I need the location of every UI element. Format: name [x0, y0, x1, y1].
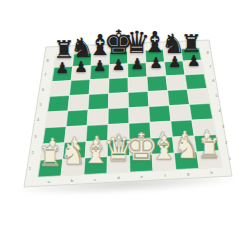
- square-a2: [41, 143, 65, 161]
- square-b3: [65, 126, 88, 143]
- square-a4: [45, 111, 68, 128]
- square-h5: [187, 89, 210, 105]
- square-c5: [88, 94, 109, 110]
- square-a7: [52, 67, 73, 82]
- square-b1: [61, 158, 85, 176]
- square-e2: [129, 138, 152, 155]
- square-a3: [43, 127, 66, 144]
- square-e8: [128, 51, 147, 64]
- rank-label-right: 3: [222, 124, 225, 129]
- rank-label-right: 1: [229, 156, 232, 161]
- chess-set-product-photo: aabbccddeeffgghh8877665544332211 ♜♞♝♛♚♝♞…: [0, 0, 250, 250]
- square-b4: [66, 110, 88, 127]
- file-label-top: f: [153, 42, 154, 46]
- square-a8: [54, 54, 74, 67]
- square-h1: [197, 151, 222, 169]
- square-a5: [48, 96, 70, 112]
- square-e1: [130, 154, 153, 172]
- square-c3: [86, 125, 108, 142]
- square-d7: [109, 64, 128, 79]
- chessboard: aabbccddeeffgghh8877665544332211: [0, 0, 250, 250]
- square-g2: [173, 136, 197, 153]
- square-f2: [151, 137, 174, 154]
- square-c1: [84, 157, 107, 175]
- square-c4: [87, 109, 108, 126]
- square-e7: [128, 63, 147, 78]
- square-g4: [169, 105, 192, 122]
- square-e4: [129, 107, 150, 124]
- square-h8: [181, 48, 201, 61]
- file-label-top: a: [65, 46, 67, 50]
- square-d3: [108, 123, 130, 140]
- file-label-top: e: [135, 43, 137, 47]
- square-d2: [107, 139, 129, 156]
- square-c8: [91, 52, 110, 65]
- file-label-top: b: [82, 45, 84, 49]
- square-f8: [145, 50, 164, 63]
- square-e6: [128, 77, 148, 93]
- file-label-top: h: [188, 40, 190, 44]
- square-g1: [174, 152, 199, 170]
- square-d4: [108, 108, 129, 125]
- square-f1: [152, 153, 176, 171]
- square-h2: [194, 135, 219, 152]
- square-b5: [68, 95, 89, 111]
- square-b7: [71, 66, 91, 81]
- square-g8: [163, 49, 183, 62]
- square-d6: [109, 78, 129, 94]
- square-f6: [147, 76, 168, 92]
- square-h3: [192, 119, 216, 136]
- square-e5: [128, 92, 149, 108]
- rank-label-right: 2: [225, 140, 228, 145]
- square-g7: [165, 61, 186, 76]
- square-h6: [185, 74, 207, 90]
- square-b6: [70, 80, 91, 96]
- square-b2: [63, 142, 86, 160]
- square-e3: [129, 122, 151, 139]
- square-d5: [108, 93, 128, 109]
- square-f5: [148, 91, 169, 107]
- square-c6: [89, 79, 109, 95]
- square-f3: [150, 121, 173, 138]
- file-label-top: d: [118, 44, 120, 48]
- file-label-top: g: [170, 41, 172, 45]
- square-a1: [38, 159, 63, 177]
- square-g3: [171, 120, 194, 137]
- square-c7: [90, 65, 109, 80]
- square-h7: [183, 60, 204, 75]
- square-g5: [168, 90, 190, 106]
- square-a6: [50, 81, 71, 97]
- square-f7: [146, 62, 166, 77]
- square-f4: [149, 106, 171, 123]
- square-b8: [73, 53, 92, 66]
- square-h4: [190, 104, 213, 121]
- square-g6: [166, 75, 187, 91]
- square-d1: [107, 156, 130, 174]
- square-c2: [85, 141, 108, 158]
- square-d8: [109, 52, 127, 65]
- file-label-top: c: [100, 44, 102, 48]
